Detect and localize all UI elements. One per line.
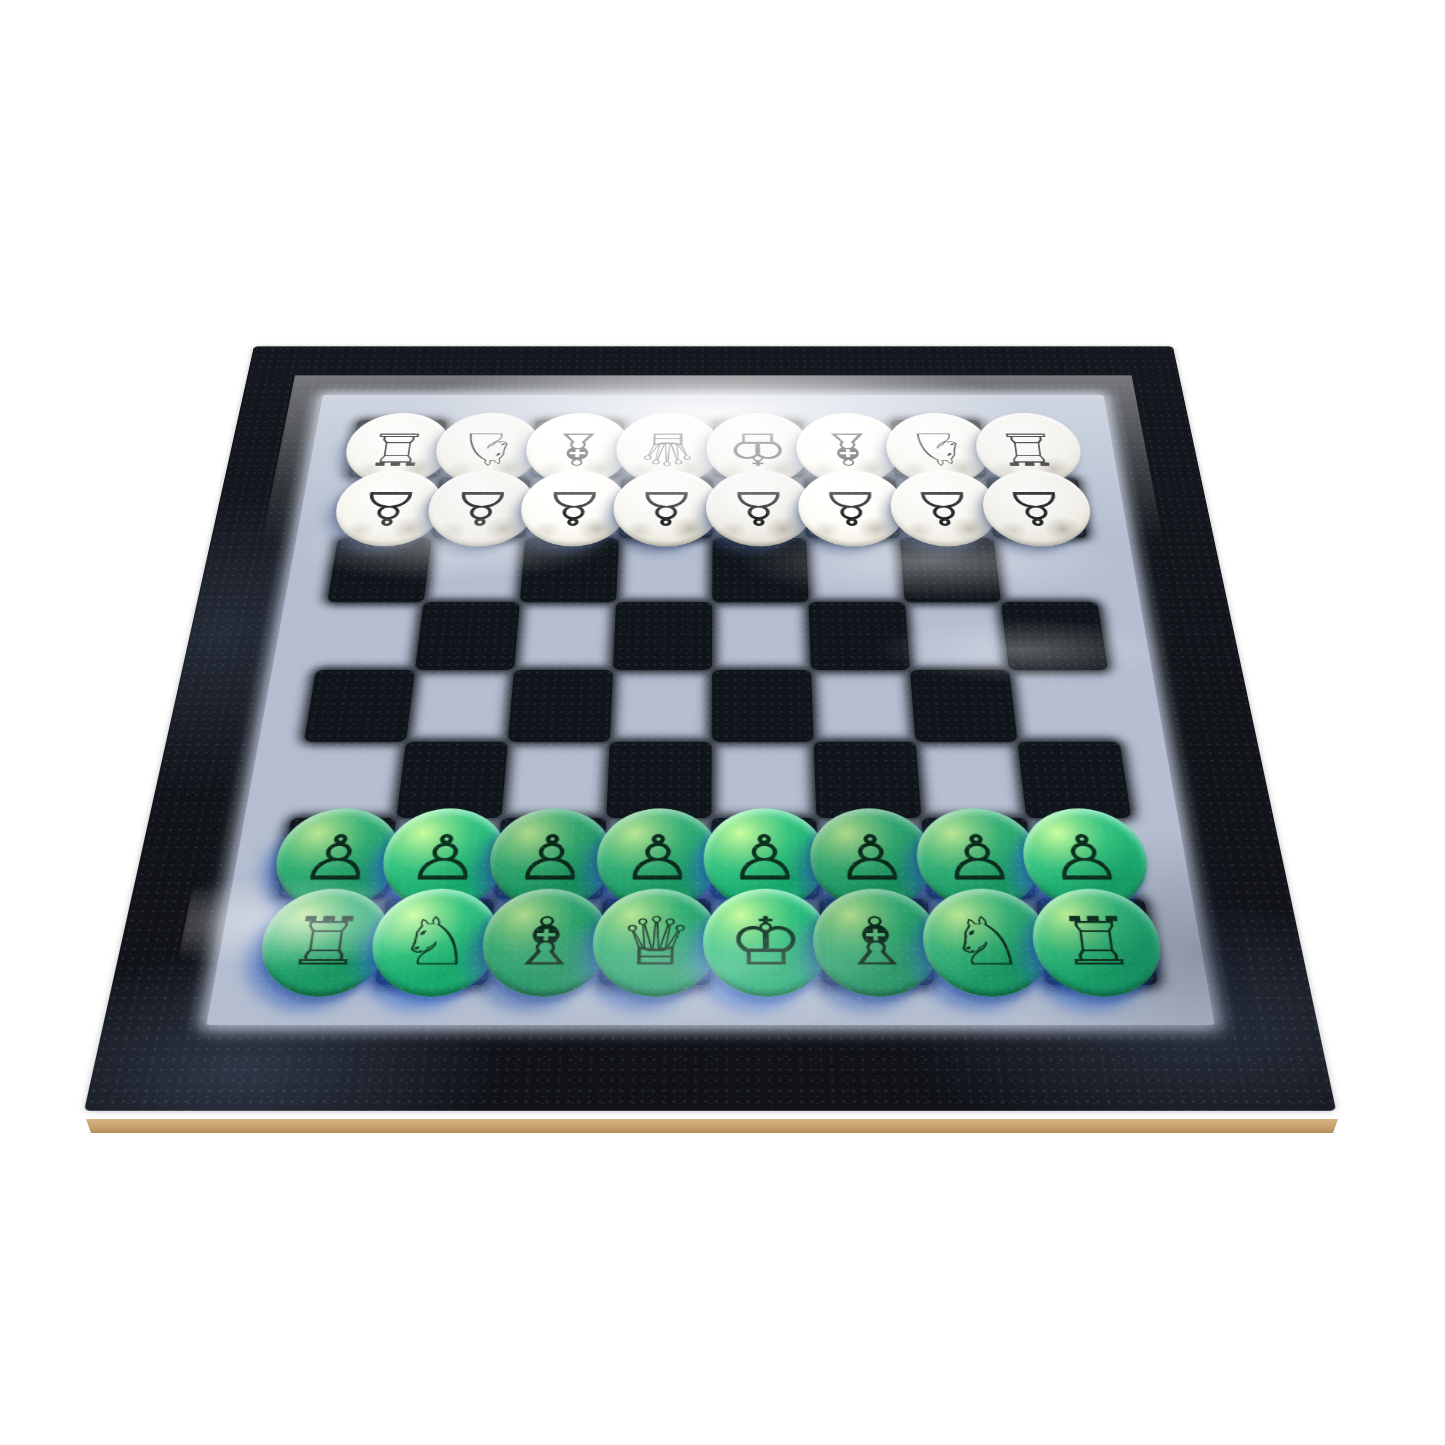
pieces-layer: ♖♘♗♕♔♗♘♖♙♙♙♙♙♙♙♙♙♙♙♙♙♙♙♙♖♘♗♕♔♗♘♖ bbox=[263, 420, 1158, 985]
pawn-glyph: ♙ bbox=[728, 827, 802, 889]
piece-ivory-pawn-c7[interactable]: ♙ bbox=[518, 470, 629, 546]
piece-green-queen-d1[interactable]: ♕ bbox=[590, 888, 719, 996]
rook-glyph: ♖ bbox=[363, 426, 431, 470]
bishop-glyph: ♗ bbox=[837, 909, 916, 975]
pawn-glyph: ♙ bbox=[634, 484, 699, 531]
king-glyph: ♔ bbox=[727, 426, 790, 470]
queen-glyph: ♕ bbox=[617, 909, 694, 975]
pawn-glyph: ♙ bbox=[910, 484, 978, 531]
king-glyph: ♔ bbox=[728, 909, 805, 975]
knight-glyph: ♘ bbox=[945, 909, 1027, 975]
pawn-glyph: ♙ bbox=[833, 827, 910, 889]
knight-glyph: ♘ bbox=[454, 426, 521, 470]
pawn-glyph: ♙ bbox=[404, 827, 484, 889]
pawn-glyph: ♙ bbox=[818, 484, 884, 531]
bishop-glyph: ♗ bbox=[816, 426, 880, 470]
photo-backdrop: ♖♘♗♕♔♗♘♖♙♙♙♙♙♙♙♙♙♙♙♙♙♙♙♙♖♘♗♕♔♗♘♖ bbox=[0, 0, 1445, 1445]
board-edge bbox=[86, 1119, 1338, 1133]
rook-glyph: ♖ bbox=[994, 426, 1062, 470]
pawn-glyph: ♙ bbox=[354, 484, 424, 531]
knight-glyph: ♘ bbox=[905, 426, 971, 470]
bishop-glyph: ♗ bbox=[505, 909, 585, 975]
pawn-glyph: ♙ bbox=[727, 484, 791, 531]
pawn-glyph: ♙ bbox=[296, 827, 379, 889]
piece-ivory-pawn-d7[interactable]: ♙ bbox=[611, 470, 719, 546]
rook-glyph: ♖ bbox=[282, 909, 367, 975]
piece-ivory-pawn-h7[interactable]: ♙ bbox=[979, 470, 1096, 546]
pawn-glyph: ♙ bbox=[620, 827, 695, 889]
knight-glyph: ♘ bbox=[394, 909, 477, 975]
pawn-glyph: ♙ bbox=[447, 484, 516, 531]
bishop-glyph: ♗ bbox=[545, 426, 610, 470]
rook-glyph: ♖ bbox=[1054, 909, 1139, 975]
pawn-glyph: ♙ bbox=[939, 827, 1018, 889]
pawn-glyph: ♙ bbox=[1044, 827, 1126, 889]
pawn-glyph: ♙ bbox=[1001, 484, 1071, 531]
pawn-glyph: ♙ bbox=[540, 484, 607, 531]
queen-glyph: ♕ bbox=[636, 426, 699, 470]
piece-green-bishop-c1[interactable]: ♗ bbox=[478, 888, 612, 996]
chess-board: ♖♘♗♕♔♗♘♖♙♙♙♙♙♙♙♙♙♙♙♙♙♙♙♙♖♘♗♕♔♗♘♖ bbox=[84, 346, 1336, 1110]
pawn-glyph: ♙ bbox=[512, 827, 589, 889]
